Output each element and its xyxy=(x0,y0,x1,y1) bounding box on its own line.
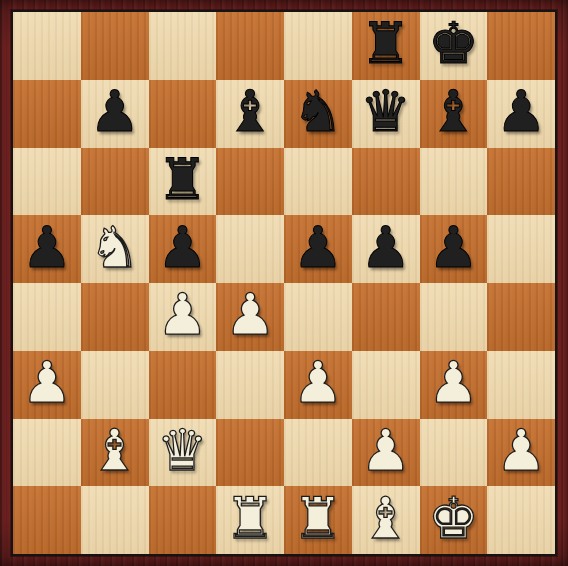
square-d2[interactable] xyxy=(216,419,284,487)
square-b5[interactable]: ♞ xyxy=(81,215,149,283)
square-h4[interactable] xyxy=(487,283,555,351)
square-b2[interactable]: ♝ xyxy=(81,419,149,487)
square-g3[interactable]: ♟ xyxy=(420,351,488,419)
square-c8[interactable] xyxy=(149,12,217,80)
square-f4[interactable] xyxy=(352,283,420,351)
square-e2[interactable] xyxy=(284,419,352,487)
square-h8[interactable] xyxy=(487,12,555,80)
square-c5[interactable]: ♟ xyxy=(149,215,217,283)
square-c2[interactable]: ♛ xyxy=(149,419,217,487)
square-g2[interactable] xyxy=(420,419,488,487)
square-b6[interactable] xyxy=(81,148,149,216)
square-b1[interactable] xyxy=(81,486,149,554)
black-pawn-piece[interactable]: ♟ xyxy=(428,219,479,276)
square-e4[interactable] xyxy=(284,283,352,351)
black-knight-piece[interactable]: ♞ xyxy=(292,83,343,140)
board-frame: ♜♚♟♝♞♛♝♟♜♟♞♟♟♟♟♟♟♟♟♟♝♛♟♟♜♜♝♚ xyxy=(0,0,568,566)
square-e6[interactable] xyxy=(284,148,352,216)
square-f3[interactable] xyxy=(352,351,420,419)
white-pawn-piece[interactable]: ♟ xyxy=(292,354,343,411)
black-king-piece[interactable]: ♚ xyxy=(428,15,479,72)
square-h5[interactable] xyxy=(487,215,555,283)
square-a6[interactable] xyxy=(13,148,81,216)
square-e8[interactable] xyxy=(284,12,352,80)
white-pawn-piece[interactable]: ♟ xyxy=(428,354,479,411)
square-a8[interactable] xyxy=(13,12,81,80)
black-pawn-piece[interactable]: ♟ xyxy=(89,83,140,140)
square-a1[interactable] xyxy=(13,486,81,554)
square-b3[interactable] xyxy=(81,351,149,419)
square-f8[interactable]: ♜ xyxy=(352,12,420,80)
square-g8[interactable]: ♚ xyxy=(420,12,488,80)
square-f5[interactable]: ♟ xyxy=(352,215,420,283)
square-b8[interactable] xyxy=(81,12,149,80)
square-b4[interactable] xyxy=(81,283,149,351)
black-pawn-piece[interactable]: ♟ xyxy=(292,219,343,276)
square-a2[interactable] xyxy=(13,419,81,487)
square-b7[interactable]: ♟ xyxy=(81,80,149,148)
square-f1[interactable]: ♝ xyxy=(352,486,420,554)
square-c6[interactable]: ♜ xyxy=(149,148,217,216)
white-pawn-piece[interactable]: ♟ xyxy=(360,422,411,479)
black-pawn-piece[interactable]: ♟ xyxy=(360,219,411,276)
white-pawn-piece[interactable]: ♟ xyxy=(21,354,72,411)
square-h1[interactable] xyxy=(487,486,555,554)
square-e3[interactable]: ♟ xyxy=(284,351,352,419)
square-a5[interactable]: ♟ xyxy=(13,215,81,283)
square-d5[interactable] xyxy=(216,215,284,283)
square-d1[interactable]: ♜ xyxy=(216,486,284,554)
square-f6[interactable] xyxy=(352,148,420,216)
square-g6[interactable] xyxy=(420,148,488,216)
square-a3[interactable]: ♟ xyxy=(13,351,81,419)
square-d4[interactable]: ♟ xyxy=(216,283,284,351)
square-f7[interactable]: ♛ xyxy=(352,80,420,148)
square-f2[interactable]: ♟ xyxy=(352,419,420,487)
square-h3[interactable] xyxy=(487,351,555,419)
square-h2[interactable]: ♟ xyxy=(487,419,555,487)
white-bishop-piece[interactable]: ♝ xyxy=(360,490,411,547)
black-queen-piece[interactable]: ♛ xyxy=(360,83,411,140)
black-bishop-piece[interactable]: ♝ xyxy=(428,83,479,140)
black-pawn-piece[interactable]: ♟ xyxy=(157,219,208,276)
white-pawn-piece[interactable]: ♟ xyxy=(496,422,547,479)
square-d3[interactable] xyxy=(216,351,284,419)
white-queen-piece[interactable]: ♛ xyxy=(157,422,208,479)
square-c1[interactable] xyxy=(149,486,217,554)
white-rook-piece[interactable]: ♜ xyxy=(225,490,276,547)
white-rook-piece[interactable]: ♜ xyxy=(292,490,343,547)
black-pawn-piece[interactable]: ♟ xyxy=(496,83,547,140)
black-pawn-piece[interactable]: ♟ xyxy=(21,219,72,276)
square-e5[interactable]: ♟ xyxy=(284,215,352,283)
white-king-piece[interactable]: ♚ xyxy=(428,490,479,547)
square-e7[interactable]: ♞ xyxy=(284,80,352,148)
square-g5[interactable]: ♟ xyxy=(420,215,488,283)
square-g1[interactable]: ♚ xyxy=(420,486,488,554)
square-g4[interactable] xyxy=(420,283,488,351)
square-c3[interactable] xyxy=(149,351,217,419)
square-d8[interactable] xyxy=(216,12,284,80)
square-d6[interactable] xyxy=(216,148,284,216)
black-bishop-piece[interactable]: ♝ xyxy=(225,83,276,140)
black-rook-piece[interactable]: ♜ xyxy=(157,151,208,208)
white-bishop-piece[interactable]: ♝ xyxy=(89,422,140,479)
square-g7[interactable]: ♝ xyxy=(420,80,488,148)
square-a4[interactable] xyxy=(13,283,81,351)
white-pawn-piece[interactable]: ♟ xyxy=(157,286,208,343)
square-h7[interactable]: ♟ xyxy=(487,80,555,148)
square-d7[interactable]: ♝ xyxy=(216,80,284,148)
square-h6[interactable] xyxy=(487,148,555,216)
square-c4[interactable]: ♟ xyxy=(149,283,217,351)
square-e1[interactable]: ♜ xyxy=(284,486,352,554)
white-knight-piece[interactable]: ♞ xyxy=(89,219,140,276)
square-c7[interactable] xyxy=(149,80,217,148)
chess-board: ♜♚♟♝♞♛♝♟♜♟♞♟♟♟♟♟♟♟♟♟♝♛♟♟♜♜♝♚ xyxy=(11,10,557,556)
square-a7[interactable] xyxy=(13,80,81,148)
white-pawn-piece[interactable]: ♟ xyxy=(225,286,276,343)
black-rook-piece[interactable]: ♜ xyxy=(360,15,411,72)
